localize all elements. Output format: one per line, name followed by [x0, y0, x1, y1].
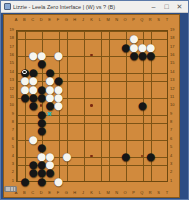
intersection[interactable]: [87, 143, 95, 151]
intersection[interactable]: [163, 76, 171, 84]
intersection[interactable]: [104, 68, 112, 76]
intersection[interactable]: [20, 26, 28, 34]
intersection[interactable]: [121, 135, 129, 143]
intersection[interactable]: [37, 101, 45, 109]
intersection[interactable]: [154, 152, 162, 160]
intersection[interactable]: [104, 34, 112, 42]
intersection[interactable]: [96, 143, 104, 151]
intersection[interactable]: [45, 126, 53, 134]
intersection[interactable]: ●: [29, 101, 37, 109]
intersection[interactable]: [12, 177, 20, 185]
intersection[interactable]: [146, 68, 154, 76]
intersection[interactable]: [138, 160, 146, 168]
intersection[interactable]: [87, 177, 95, 185]
intersection[interactable]: [54, 43, 62, 51]
intersection[interactable]: ●: [29, 135, 37, 143]
intersection[interactable]: [12, 135, 20, 143]
intersection[interactable]: [62, 93, 70, 101]
intersection[interactable]: [12, 143, 20, 151]
intersection[interactable]: [146, 143, 154, 151]
intersection[interactable]: [79, 34, 87, 42]
intersection[interactable]: [146, 59, 154, 67]
intersection[interactable]: [71, 143, 79, 151]
intersection[interactable]: [62, 59, 70, 67]
intersection[interactable]: ●: [29, 51, 37, 59]
intersection[interactable]: ●: [45, 101, 53, 109]
intersection[interactable]: [121, 68, 129, 76]
intersection[interactable]: [163, 34, 171, 42]
intersection[interactable]: ●: [20, 177, 28, 185]
intersection[interactable]: [12, 85, 20, 93]
intersection[interactable]: [45, 43, 53, 51]
intersection[interactable]: [62, 177, 70, 185]
intersection[interactable]: [154, 160, 162, 168]
intersection[interactable]: [129, 152, 137, 160]
intersection[interactable]: [112, 51, 120, 59]
intersection[interactable]: [121, 59, 129, 67]
intersection[interactable]: [54, 160, 62, 168]
intersection[interactable]: [96, 101, 104, 109]
intersection[interactable]: [96, 34, 104, 42]
intersection[interactable]: [163, 101, 171, 109]
intersection[interactable]: ●: [37, 143, 45, 151]
intersection[interactable]: [121, 93, 129, 101]
intersection[interactable]: [121, 110, 129, 118]
board-intersections[interactable]: ●●●●●●●●●●●●●●●●●●●●●●●●●●●●●●●●●●✕●●●●●…: [12, 26, 171, 185]
intersection[interactable]: [129, 68, 137, 76]
intersection[interactable]: [45, 143, 53, 151]
intersection[interactable]: [146, 93, 154, 101]
intersection[interactable]: [154, 135, 162, 143]
intersection[interactable]: [138, 135, 146, 143]
intersection[interactable]: [129, 118, 137, 126]
intersection[interactable]: [20, 143, 28, 151]
intersection[interactable]: ●: [29, 76, 37, 84]
intersection[interactable]: [138, 110, 146, 118]
intersection[interactable]: [154, 168, 162, 176]
intersection[interactable]: ●: [129, 51, 137, 59]
intersection[interactable]: [112, 43, 120, 51]
intersection[interactable]: [20, 101, 28, 109]
intersection[interactable]: ●: [37, 59, 45, 67]
intersection[interactable]: [121, 118, 129, 126]
intersection[interactable]: [71, 43, 79, 51]
intersection[interactable]: [54, 168, 62, 176]
intersection[interactable]: [87, 68, 95, 76]
intersection[interactable]: [163, 68, 171, 76]
intersection[interactable]: ●: [138, 51, 146, 59]
intersection[interactable]: ●: [37, 177, 45, 185]
intersection[interactable]: ●: [54, 177, 62, 185]
intersection[interactable]: [154, 118, 162, 126]
intersection[interactable]: [87, 168, 95, 176]
intersection[interactable]: [37, 68, 45, 76]
intersection[interactable]: [71, 135, 79, 143]
intersection[interactable]: [62, 168, 70, 176]
intersection[interactable]: [138, 93, 146, 101]
intersection[interactable]: [54, 34, 62, 42]
go-board[interactable]: ABCDEFGHJKLMNOPQRST ABCDEFGHJKLMNOPQRST …: [3, 14, 180, 198]
intersection[interactable]: ●: [138, 101, 146, 109]
intersection[interactable]: [163, 160, 171, 168]
intersection[interactable]: [20, 110, 28, 118]
intersection[interactable]: [154, 110, 162, 118]
intersection[interactable]: [45, 51, 53, 59]
intersection[interactable]: [112, 160, 120, 168]
intersection[interactable]: ●: [121, 43, 129, 51]
intersection[interactable]: [29, 26, 37, 34]
intersection[interactable]: [104, 160, 112, 168]
intersection[interactable]: [62, 51, 70, 59]
intersection[interactable]: [79, 143, 87, 151]
intersection[interactable]: [112, 101, 120, 109]
intersection[interactable]: [37, 26, 45, 34]
intersection[interactable]: [129, 177, 137, 185]
intersection[interactable]: [146, 76, 154, 84]
intersection[interactable]: [62, 101, 70, 109]
intersection[interactable]: [129, 101, 137, 109]
intersection[interactable]: [71, 110, 79, 118]
intersection[interactable]: [71, 177, 79, 185]
intersection[interactable]: [20, 59, 28, 67]
intersection[interactable]: [112, 59, 120, 67]
intersection[interactable]: ●: [45, 152, 53, 160]
intersection[interactable]: [112, 26, 120, 34]
intersection[interactable]: [79, 85, 87, 93]
intersection[interactable]: [129, 85, 137, 93]
intersection[interactable]: [79, 101, 87, 109]
intersection[interactable]: [112, 168, 120, 176]
intersection[interactable]: [71, 26, 79, 34]
intersection[interactable]: [138, 143, 146, 151]
intersection[interactable]: [112, 135, 120, 143]
intersection[interactable]: [96, 110, 104, 118]
intersection[interactable]: [138, 126, 146, 134]
intersection[interactable]: [87, 110, 95, 118]
intersection[interactable]: [20, 43, 28, 51]
intersection[interactable]: [163, 43, 171, 51]
intersection[interactable]: [79, 68, 87, 76]
intersection[interactable]: [104, 177, 112, 185]
intersection[interactable]: ●: [37, 160, 45, 168]
intersection[interactable]: [96, 43, 104, 51]
intersection[interactable]: ●: [45, 93, 53, 101]
intersection[interactable]: [163, 177, 171, 185]
intersection[interactable]: [20, 126, 28, 134]
intersection[interactable]: [138, 76, 146, 84]
intersection[interactable]: ●: [29, 85, 37, 93]
intersection[interactable]: [146, 110, 154, 118]
intersection[interactable]: [121, 34, 129, 42]
intersection[interactable]: [138, 152, 146, 160]
intersection[interactable]: [62, 135, 70, 143]
intersection[interactable]: [71, 51, 79, 59]
intersection[interactable]: ●: [20, 76, 28, 84]
intersection[interactable]: [62, 85, 70, 93]
intersection[interactable]: ●: [20, 68, 28, 76]
intersection[interactable]: [112, 126, 120, 134]
intersection[interactable]: ●: [54, 101, 62, 109]
intersection[interactable]: ●: [20, 93, 28, 101]
intersection[interactable]: [12, 68, 20, 76]
intersection[interactable]: [146, 101, 154, 109]
intersection[interactable]: [79, 43, 87, 51]
intersection[interactable]: [104, 43, 112, 51]
intersection[interactable]: ●: [37, 110, 45, 118]
intersection[interactable]: [104, 101, 112, 109]
intersection[interactable]: [12, 59, 20, 67]
intersection[interactable]: [121, 168, 129, 176]
intersection[interactable]: ●: [45, 85, 53, 93]
intersection[interactable]: [71, 160, 79, 168]
intersection[interactable]: [146, 118, 154, 126]
intersection[interactable]: [154, 177, 162, 185]
intersection[interactable]: [87, 160, 95, 168]
intersection[interactable]: [12, 152, 20, 160]
intersection[interactable]: [112, 68, 120, 76]
intersection[interactable]: [96, 68, 104, 76]
intersection[interactable]: [79, 26, 87, 34]
intersection[interactable]: ●: [29, 168, 37, 176]
intersection[interactable]: [104, 152, 112, 160]
intersection[interactable]: [45, 59, 53, 67]
intersection[interactable]: [20, 152, 28, 160]
intersection[interactable]: [62, 143, 70, 151]
intersection[interactable]: [96, 160, 104, 168]
intersection[interactable]: [146, 135, 154, 143]
intersection[interactable]: [54, 118, 62, 126]
intersection[interactable]: [138, 85, 146, 93]
intersection[interactable]: [163, 85, 171, 93]
intersection[interactable]: [104, 26, 112, 34]
intersection[interactable]: [146, 126, 154, 134]
intersection[interactable]: [121, 160, 129, 168]
intersection[interactable]: [129, 143, 137, 151]
intersection[interactable]: [146, 34, 154, 42]
intersection[interactable]: [37, 135, 45, 143]
intersection[interactable]: ●: [29, 68, 37, 76]
intersection[interactable]: [121, 177, 129, 185]
intersection[interactable]: ●: [29, 160, 37, 168]
intersection[interactable]: [45, 26, 53, 34]
intersection[interactable]: [138, 59, 146, 67]
intersection[interactable]: [129, 26, 137, 34]
intersection[interactable]: [71, 68, 79, 76]
intersection[interactable]: [96, 126, 104, 134]
intersection[interactable]: [87, 26, 95, 34]
intersection[interactable]: [104, 143, 112, 151]
intersection[interactable]: [87, 43, 95, 51]
intersection[interactable]: [112, 177, 120, 185]
intersection[interactable]: [163, 143, 171, 151]
intersection[interactable]: [12, 93, 20, 101]
intersection[interactable]: [138, 177, 146, 185]
intersection[interactable]: [71, 34, 79, 42]
intersection[interactable]: ✕: [45, 110, 53, 118]
intersection[interactable]: [96, 135, 104, 143]
intersection[interactable]: [154, 51, 162, 59]
intersection[interactable]: [29, 152, 37, 160]
intersection[interactable]: [87, 152, 95, 160]
intersection[interactable]: [54, 110, 62, 118]
intersection[interactable]: [154, 143, 162, 151]
intersection[interactable]: [129, 168, 137, 176]
intersection[interactable]: [104, 168, 112, 176]
intersection[interactable]: [163, 118, 171, 126]
intersection[interactable]: [62, 68, 70, 76]
intersection[interactable]: [154, 59, 162, 67]
intersection[interactable]: [87, 93, 95, 101]
intersection[interactable]: [29, 177, 37, 185]
intersection[interactable]: [138, 68, 146, 76]
intersection[interactable]: [154, 43, 162, 51]
intersection[interactable]: ●: [45, 76, 53, 84]
intersection[interactable]: [62, 110, 70, 118]
intersection[interactable]: [54, 152, 62, 160]
intersection[interactable]: ●: [121, 152, 129, 160]
intersection[interactable]: [112, 118, 120, 126]
intersection[interactable]: [163, 93, 171, 101]
intersection[interactable]: [163, 168, 171, 176]
intersection[interactable]: [104, 110, 112, 118]
intersection[interactable]: [12, 168, 20, 176]
intersection[interactable]: ●: [54, 93, 62, 101]
intersection[interactable]: ●: [62, 152, 70, 160]
intersection[interactable]: [71, 118, 79, 126]
intersection[interactable]: [96, 59, 104, 67]
intersection[interactable]: ●: [37, 168, 45, 176]
intersection[interactable]: [96, 85, 104, 93]
intersection[interactable]: [79, 59, 87, 67]
intersection[interactable]: [12, 126, 20, 134]
intersection[interactable]: [146, 168, 154, 176]
intersection[interactable]: [62, 26, 70, 34]
intersection[interactable]: [163, 126, 171, 134]
intersection[interactable]: [20, 51, 28, 59]
intersection[interactable]: [154, 76, 162, 84]
intersection[interactable]: [29, 43, 37, 51]
intersection[interactable]: [79, 160, 87, 168]
intersection[interactable]: [29, 143, 37, 151]
intersection[interactable]: [112, 110, 120, 118]
intersection[interactable]: [129, 126, 137, 134]
intersection[interactable]: [154, 68, 162, 76]
intersection[interactable]: [20, 135, 28, 143]
intersection[interactable]: ●: [45, 160, 53, 168]
intersection[interactable]: [112, 143, 120, 151]
intersection[interactable]: [154, 93, 162, 101]
intersection[interactable]: [129, 135, 137, 143]
intersection[interactable]: [37, 34, 45, 42]
intersection[interactable]: [37, 76, 45, 84]
intersection[interactable]: [138, 168, 146, 176]
intersection[interactable]: ●: [45, 68, 53, 76]
intersection[interactable]: ●: [37, 118, 45, 126]
intersection[interactable]: [146, 26, 154, 34]
intersection[interactable]: [87, 34, 95, 42]
intersection[interactable]: ●: [20, 85, 28, 93]
intersection[interactable]: ●: [146, 152, 154, 160]
intersection[interactable]: [87, 51, 95, 59]
intersection[interactable]: [79, 118, 87, 126]
intersection[interactable]: [12, 26, 20, 34]
intersection[interactable]: [20, 118, 28, 126]
intersection[interactable]: [104, 126, 112, 134]
intersection[interactable]: [29, 34, 37, 42]
intersection[interactable]: [45, 177, 53, 185]
intersection[interactable]: [146, 85, 154, 93]
intersection[interactable]: ●: [54, 85, 62, 93]
intersection[interactable]: [20, 168, 28, 176]
intersection[interactable]: [112, 85, 120, 93]
intersection[interactable]: [163, 26, 171, 34]
intersection[interactable]: [96, 152, 104, 160]
intersection[interactable]: [62, 34, 70, 42]
intersection[interactable]: [12, 118, 20, 126]
intersection[interactable]: [79, 126, 87, 134]
intersection[interactable]: [79, 152, 87, 160]
intersection[interactable]: [54, 135, 62, 143]
intersection[interactable]: [29, 110, 37, 118]
intersection[interactable]: [96, 76, 104, 84]
intersection[interactable]: [104, 118, 112, 126]
intersection[interactable]: [87, 135, 95, 143]
intersection[interactable]: ●: [146, 43, 154, 51]
intersection[interactable]: [45, 135, 53, 143]
intersection[interactable]: [129, 59, 137, 67]
intersection[interactable]: [96, 93, 104, 101]
maximize-button[interactable]: □: [161, 1, 172, 12]
intersection[interactable]: [163, 110, 171, 118]
intersection[interactable]: [62, 118, 70, 126]
intersection[interactable]: [45, 118, 53, 126]
intersection[interactable]: [154, 34, 162, 42]
intersection[interactable]: [29, 59, 37, 67]
intersection[interactable]: [138, 34, 146, 42]
intersection[interactable]: [104, 51, 112, 59]
intersection[interactable]: [79, 51, 87, 59]
intersection[interactable]: ●: [54, 51, 62, 59]
intersection[interactable]: [54, 68, 62, 76]
intersection[interactable]: [12, 160, 20, 168]
intersection[interactable]: [12, 76, 20, 84]
intersection[interactable]: [45, 34, 53, 42]
intersection[interactable]: [71, 101, 79, 109]
intersection[interactable]: [104, 76, 112, 84]
intersection[interactable]: [54, 26, 62, 34]
intersection[interactable]: [87, 59, 95, 67]
intersection[interactable]: [12, 110, 20, 118]
intersection[interactable]: [146, 160, 154, 168]
intersection[interactable]: [71, 59, 79, 67]
intersection[interactable]: [12, 101, 20, 109]
intersection[interactable]: [62, 43, 70, 51]
intersection[interactable]: [112, 34, 120, 42]
intersection[interactable]: [112, 152, 120, 160]
intersection[interactable]: [96, 177, 104, 185]
intersection[interactable]: [71, 76, 79, 84]
intersection[interactable]: [154, 126, 162, 134]
intersection[interactable]: ●: [37, 93, 45, 101]
intersection[interactable]: [96, 26, 104, 34]
intersection[interactable]: ●: [29, 93, 37, 101]
intersection[interactable]: [79, 76, 87, 84]
intersection[interactable]: [62, 126, 70, 134]
intersection[interactable]: [104, 59, 112, 67]
intersection[interactable]: ●: [54, 76, 62, 84]
intersection[interactable]: [104, 135, 112, 143]
intersection[interactable]: [163, 152, 171, 160]
